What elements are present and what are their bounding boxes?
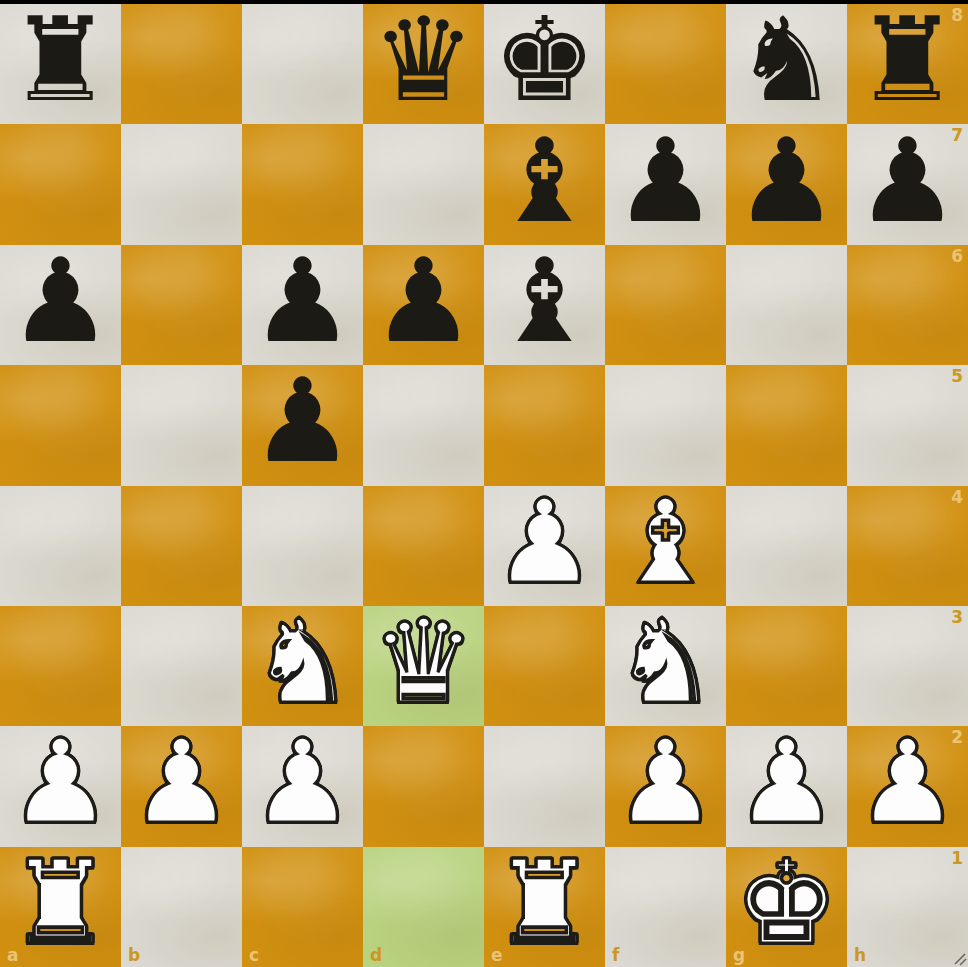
square-b4[interactable] <box>121 486 242 606</box>
square-d7[interactable] <box>363 124 484 244</box>
chess-board-window: ♜♛♚♞♜8♝♟♟♟7♟♟♟♝6♟5♟♝4♞♛♞3♟♟♟♟♟♟2♜abcd♜ef… <box>0 0 968 967</box>
square-h2[interactable]: ♟2 <box>847 726 968 846</box>
square-b7[interactable] <box>121 124 242 244</box>
square-e3[interactable] <box>484 606 605 726</box>
rank-label-5: 5 <box>951 368 963 385</box>
square-d5[interactable] <box>363 365 484 485</box>
chess-board: ♜♛♚♞♜8♝♟♟♟7♟♟♟♝6♟5♟♝4♞♛♞3♟♟♟♟♟♟2♜abcd♜ef… <box>0 4 968 967</box>
square-h4[interactable]: 4 <box>847 486 968 606</box>
square-h1[interactable]: h1 <box>847 847 968 967</box>
square-d4[interactable] <box>363 486 484 606</box>
square-f2[interactable]: ♟ <box>605 726 726 846</box>
square-b1[interactable]: b <box>121 847 242 967</box>
black-pawn[interactable]: ♟ <box>372 243 476 359</box>
white-rook[interactable]: ♜ <box>9 845 113 961</box>
square-d8[interactable]: ♛ <box>363 4 484 124</box>
black-bishop[interactable]: ♝ <box>493 123 597 239</box>
black-rook[interactable]: ♜ <box>856 2 960 118</box>
square-e5[interactable] <box>484 365 605 485</box>
square-f6[interactable] <box>605 245 726 365</box>
white-pawn[interactable]: ♟ <box>251 724 355 840</box>
black-queen[interactable]: ♛ <box>372 2 476 118</box>
black-pawn[interactable]: ♟ <box>856 123 960 239</box>
square-c2[interactable]: ♟ <box>242 726 363 846</box>
square-f3[interactable]: ♞ <box>605 606 726 726</box>
square-c1[interactable]: c <box>242 847 363 967</box>
file-label-g: g <box>733 947 745 964</box>
white-queen[interactable]: ♛ <box>372 604 476 720</box>
square-a5[interactable] <box>0 365 121 485</box>
square-e7[interactable]: ♝ <box>484 124 605 244</box>
black-pawn[interactable]: ♟ <box>735 123 839 239</box>
rank-label-7: 7 <box>951 127 963 144</box>
rank-label-3: 3 <box>951 609 963 626</box>
white-rook[interactable]: ♜ <box>493 845 597 961</box>
square-g6[interactable] <box>726 245 847 365</box>
square-h8[interactable]: ♜8 <box>847 4 968 124</box>
square-h3[interactable]: 3 <box>847 606 968 726</box>
square-g7[interactable]: ♟ <box>726 124 847 244</box>
square-f8[interactable] <box>605 4 726 124</box>
square-c3[interactable]: ♞ <box>242 606 363 726</box>
black-knight[interactable]: ♞ <box>735 2 839 118</box>
white-knight[interactable]: ♞ <box>614 604 718 720</box>
file-label-d: d <box>370 947 382 964</box>
square-b8[interactable] <box>121 4 242 124</box>
square-f5[interactable] <box>605 365 726 485</box>
rank-label-1: 1 <box>951 850 963 867</box>
file-label-b: b <box>128 947 140 964</box>
square-g3[interactable] <box>726 606 847 726</box>
square-g2[interactable]: ♟ <box>726 726 847 846</box>
square-c5[interactable]: ♟ <box>242 365 363 485</box>
square-a7[interactable] <box>0 124 121 244</box>
black-king[interactable]: ♚ <box>493 2 597 118</box>
square-d1[interactable]: d <box>363 847 484 967</box>
file-label-a: a <box>7 947 18 964</box>
square-a3[interactable] <box>0 606 121 726</box>
white-bishop[interactable]: ♝ <box>614 484 718 600</box>
resize-handle-icon[interactable] <box>951 950 967 966</box>
square-d6[interactable]: ♟ <box>363 245 484 365</box>
square-a6[interactable]: ♟ <box>0 245 121 365</box>
square-b5[interactable] <box>121 365 242 485</box>
square-d3[interactable]: ♛ <box>363 606 484 726</box>
file-label-f: f <box>612 947 619 964</box>
white-pawn[interactable]: ♟ <box>130 724 234 840</box>
square-c4[interactable] <box>242 486 363 606</box>
square-f7[interactable]: ♟ <box>605 124 726 244</box>
white-pawn[interactable]: ♟ <box>735 724 839 840</box>
black-pawn[interactable]: ♟ <box>9 243 113 359</box>
square-e8[interactable]: ♚ <box>484 4 605 124</box>
white-pawn[interactable]: ♟ <box>9 724 113 840</box>
black-rook[interactable]: ♜ <box>9 2 113 118</box>
square-f4[interactable]: ♝ <box>605 486 726 606</box>
square-e2[interactable] <box>484 726 605 846</box>
rank-label-8: 8 <box>951 7 963 24</box>
square-e1[interactable]: ♜e <box>484 847 605 967</box>
square-g4[interactable] <box>726 486 847 606</box>
square-g1[interactable]: ♚g <box>726 847 847 967</box>
black-bishop[interactable]: ♝ <box>493 243 597 359</box>
rank-label-2: 2 <box>951 729 963 746</box>
file-label-e: e <box>491 947 503 964</box>
black-pawn[interactable]: ♟ <box>251 363 355 479</box>
black-pawn[interactable]: ♟ <box>614 123 718 239</box>
square-b2[interactable]: ♟ <box>121 726 242 846</box>
square-c6[interactable]: ♟ <box>242 245 363 365</box>
white-knight[interactable]: ♞ <box>251 604 355 720</box>
black-pawn[interactable]: ♟ <box>251 243 355 359</box>
rank-label-4: 4 <box>951 489 963 506</box>
square-e4[interactable]: ♟ <box>484 486 605 606</box>
file-label-c: c <box>249 947 259 964</box>
square-h5[interactable]: 5 <box>847 365 968 485</box>
file-label-h: h <box>854 947 866 964</box>
square-e6[interactable]: ♝ <box>484 245 605 365</box>
square-c8[interactable] <box>242 4 363 124</box>
square-a1[interactable]: ♜a <box>0 847 121 967</box>
square-g5[interactable] <box>726 365 847 485</box>
square-h6[interactable]: 6 <box>847 245 968 365</box>
square-h7[interactable]: ♟7 <box>847 124 968 244</box>
square-c7[interactable] <box>242 124 363 244</box>
square-a2[interactable]: ♟ <box>0 726 121 846</box>
square-g8[interactable]: ♞ <box>726 4 847 124</box>
square-a8[interactable]: ♜ <box>0 4 121 124</box>
white-pawn[interactable]: ♟ <box>856 724 960 840</box>
square-b6[interactable] <box>121 245 242 365</box>
rank-label-6: 6 <box>951 248 963 265</box>
white-pawn[interactable]: ♟ <box>493 484 597 600</box>
white-pawn[interactable]: ♟ <box>614 724 718 840</box>
square-d2[interactable] <box>363 726 484 846</box>
square-a4[interactable] <box>0 486 121 606</box>
square-b3[interactable] <box>121 606 242 726</box>
square-f1[interactable]: f <box>605 847 726 967</box>
white-king[interactable]: ♚ <box>735 845 839 961</box>
